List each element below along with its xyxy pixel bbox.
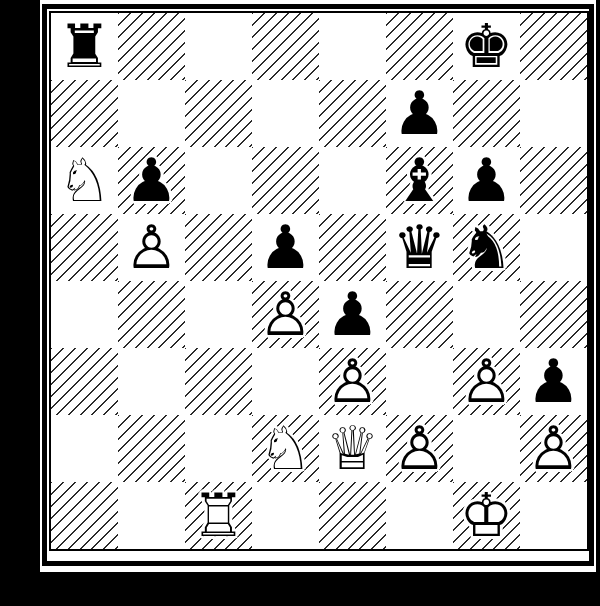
piece-black-pawn[interactable]: ♟♟	[319, 281, 386, 348]
square-e2[interactable]: ♛♕	[319, 415, 386, 482]
piece-black-king[interactable]: ♚♚	[453, 13, 520, 80]
piece-white-pawn[interactable]: ♟♙	[386, 415, 453, 482]
square-a7[interactable]	[51, 80, 118, 147]
square-b3[interactable]	[118, 348, 185, 415]
black-pawn-glyph: ♟	[453, 147, 520, 214]
square-h8[interactable]	[520, 13, 587, 80]
chess-board: ♜♜♚♚♟♟♞♘♟♟♝♝♟♟♟♙♟♟♛♛♞♞♟♙♟♟♟♙♟♙♟♟♞♘♛♕♟♙♟♙…	[49, 11, 589, 551]
square-d7[interactable]	[252, 80, 319, 147]
square-g1[interactable]: ♚♔	[453, 482, 520, 549]
black-pawn-glyph: ♟	[252, 214, 319, 281]
black-queen-glyph: ♛	[386, 214, 453, 281]
piece-black-pawn[interactable]: ♟♟	[118, 147, 185, 214]
square-e7[interactable]	[319, 80, 386, 147]
square-g3[interactable]: ♟♙	[453, 348, 520, 415]
square-d4[interactable]: ♟♙	[252, 281, 319, 348]
square-g4[interactable]	[453, 281, 520, 348]
square-c6[interactable]	[185, 147, 252, 214]
black-pawn-glyph: ♟	[520, 348, 587, 415]
square-c4[interactable]	[185, 281, 252, 348]
square-e4[interactable]: ♟♟	[319, 281, 386, 348]
square-f8[interactable]	[386, 13, 453, 80]
square-h1[interactable]	[520, 482, 587, 549]
piece-black-pawn[interactable]: ♟♟	[453, 147, 520, 214]
white-pawn-glyph: ♙	[520, 415, 587, 482]
piece-black-knight[interactable]: ♞♞	[453, 214, 520, 281]
piece-white-pawn[interactable]: ♟♙	[252, 281, 319, 348]
square-f2[interactable]: ♟♙	[386, 415, 453, 482]
piece-white-pawn[interactable]: ♟♙	[319, 348, 386, 415]
white-queen-glyph: ♕	[319, 415, 386, 482]
piece-white-pawn[interactable]: ♟♙	[118, 214, 185, 281]
piece-black-bishop[interactable]: ♝♝	[386, 147, 453, 214]
white-pawn-glyph: ♙	[319, 348, 386, 415]
square-a5[interactable]	[51, 214, 118, 281]
piece-white-rook[interactable]: ♜♖	[185, 482, 252, 549]
square-d1[interactable]	[252, 482, 319, 549]
square-f6[interactable]: ♝♝	[386, 147, 453, 214]
square-a6[interactable]: ♞♘	[51, 147, 118, 214]
diagram-page: ♜♜♚♚♟♟♞♘♟♟♝♝♟♟♟♙♟♟♛♛♞♞♟♙♟♟♟♙♟♙♟♟♞♘♛♕♟♙♟♙…	[40, 0, 596, 572]
black-pawn-glyph: ♟	[319, 281, 386, 348]
white-pawn-glyph: ♙	[453, 348, 520, 415]
square-g7[interactable]	[453, 80, 520, 147]
square-b6[interactable]: ♟♟	[118, 147, 185, 214]
square-e1[interactable]	[319, 482, 386, 549]
square-e6[interactable]	[319, 147, 386, 214]
square-c1[interactable]: ♜♖	[185, 482, 252, 549]
square-a2[interactable]	[51, 415, 118, 482]
square-f1[interactable]	[386, 482, 453, 549]
square-b2[interactable]	[118, 415, 185, 482]
square-d3[interactable]	[252, 348, 319, 415]
piece-white-king[interactable]: ♚♔	[453, 482, 520, 549]
white-knight-glyph: ♘	[51, 147, 118, 214]
white-pawn-glyph: ♙	[252, 281, 319, 348]
white-pawn-glyph: ♙	[386, 415, 453, 482]
square-c2[interactable]	[185, 415, 252, 482]
square-d5[interactable]: ♟♟	[252, 214, 319, 281]
square-a8[interactable]: ♜♜	[51, 13, 118, 80]
piece-white-queen[interactable]: ♛♕	[319, 415, 386, 482]
square-e5[interactable]	[319, 214, 386, 281]
piece-black-pawn[interactable]: ♟♟	[252, 214, 319, 281]
piece-black-pawn[interactable]: ♟♟	[386, 80, 453, 147]
square-h2[interactable]: ♟♙	[520, 415, 587, 482]
square-d6[interactable]	[252, 147, 319, 214]
square-f7[interactable]: ♟♟	[386, 80, 453, 147]
piece-black-rook[interactable]: ♜♜	[51, 13, 118, 80]
piece-white-knight[interactable]: ♞♘	[252, 415, 319, 482]
square-h6[interactable]	[520, 147, 587, 214]
square-f5[interactable]: ♛♛	[386, 214, 453, 281]
square-c5[interactable]	[185, 214, 252, 281]
square-b4[interactable]	[118, 281, 185, 348]
square-e8[interactable]	[319, 13, 386, 80]
piece-black-queen[interactable]: ♛♛	[386, 214, 453, 281]
square-b8[interactable]	[118, 13, 185, 80]
white-pawn-glyph: ♙	[118, 214, 185, 281]
square-b5[interactable]: ♟♙	[118, 214, 185, 281]
black-knight-glyph: ♞	[453, 214, 520, 281]
black-rook-glyph: ♜	[51, 13, 118, 80]
square-g6[interactable]: ♟♟	[453, 147, 520, 214]
square-c7[interactable]	[185, 80, 252, 147]
square-h3[interactable]: ♟♟	[520, 348, 587, 415]
square-g8[interactable]: ♚♚	[453, 13, 520, 80]
black-king-glyph: ♚	[453, 13, 520, 80]
square-h5[interactable]	[520, 214, 587, 281]
square-h7[interactable]	[520, 80, 587, 147]
black-pawn-glyph: ♟	[386, 80, 453, 147]
square-c3[interactable]	[185, 348, 252, 415]
square-f3[interactable]	[386, 348, 453, 415]
square-d8[interactable]	[252, 13, 319, 80]
square-c8[interactable]	[185, 13, 252, 80]
black-pawn-glyph: ♟	[118, 147, 185, 214]
square-a1[interactable]	[51, 482, 118, 549]
square-a4[interactable]	[51, 281, 118, 348]
square-g5[interactable]: ♞♞	[453, 214, 520, 281]
square-h4[interactable]	[520, 281, 587, 348]
square-b1[interactable]	[118, 482, 185, 549]
square-g2[interactable]	[453, 415, 520, 482]
piece-black-pawn[interactable]: ♟♟	[520, 348, 587, 415]
square-a3[interactable]	[51, 348, 118, 415]
piece-white-knight[interactable]: ♞♘	[51, 147, 118, 214]
white-king-glyph: ♔	[453, 482, 520, 549]
white-knight-glyph: ♘	[252, 415, 319, 482]
square-b7[interactable]	[118, 80, 185, 147]
black-bishop-glyph: ♝	[386, 147, 453, 214]
white-rook-glyph: ♖	[185, 482, 252, 549]
piece-white-pawn[interactable]: ♟♙	[520, 415, 587, 482]
piece-white-pawn[interactable]: ♟♙	[453, 348, 520, 415]
square-f4[interactable]	[386, 281, 453, 348]
square-e3[interactable]: ♟♙	[319, 348, 386, 415]
square-d2[interactable]: ♞♘	[252, 415, 319, 482]
